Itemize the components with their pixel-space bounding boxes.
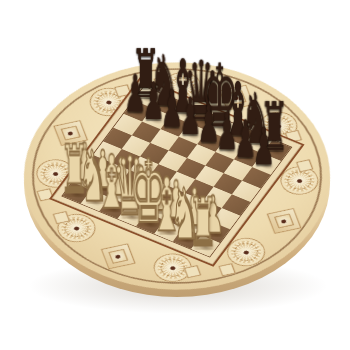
square-h1[interactable]: ♜ [191,235,220,256]
piece-white-rook[interactable]: ♜ [174,190,232,257]
piece-black-pawn[interactable]: ♟ [234,122,292,174]
round-chess-board-photo: ♜♞♝♛♚♝♞♜♟♟♟♟♟♟♟♟♟♟♟♟♟♟♟♟♜♞♝♛♚♝♞♜ [0,0,350,350]
